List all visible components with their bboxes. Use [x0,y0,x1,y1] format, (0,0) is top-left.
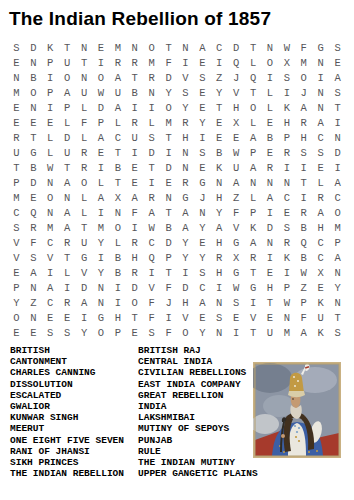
grid-cell: B [25,161,42,176]
grid-cell: S [278,221,295,236]
grid-cell: A [25,266,42,281]
grid-cell: L [59,266,76,281]
grid-cell: E [261,311,278,326]
word-list-left-column: BRITISHCANTONMENTCHARLES CANNINGDISSOLUT… [10,345,138,479]
grid-cell: T [76,56,93,71]
grid-cell: H [211,266,228,281]
word-item: ESCALATED [10,390,138,401]
sky-light-cloud-2 [263,395,295,417]
grid-cell: E [8,101,25,116]
grid-cell: T [329,311,346,326]
grid-cell: S [194,71,211,86]
grid-cell: C [329,191,346,206]
robe-gold-dot [283,451,285,453]
grid-cell: G [194,176,211,191]
grid-cell: P [245,146,262,161]
grid-cell: N [278,176,295,191]
grid-cell: L [245,56,262,71]
grid-cell: P [8,281,25,296]
grid-cell: V [8,251,25,266]
word-item: THE INDIAN MUTINY [138,457,350,468]
grid-cell: I [211,281,228,296]
grid-cell: H [109,311,126,326]
grid-cell: E [194,161,211,176]
grid-cell: Z [228,191,245,206]
grid-cell: R [76,146,93,161]
grid-cell: E [42,311,59,326]
grid-cell: T [329,101,346,116]
grid-cell: L [92,176,109,191]
grid-cell: A [261,191,278,206]
grid-cell: I [278,266,295,281]
grid-cell: L [76,206,93,221]
grid-cell: N [92,281,109,296]
grid-cell: V [228,221,245,236]
grid-cell: O [329,206,346,221]
grid-cell: A [228,176,245,191]
grid-cell: R [312,191,329,206]
grid-cell: O [76,176,93,191]
grid-cell: R [76,161,93,176]
grid-cell: B [109,266,126,281]
grid-cell: R [126,236,143,251]
grid-cell: B [109,251,126,266]
word-item: RANI OF JHANSI [10,446,138,457]
grid-cell: L [109,236,126,251]
grid-cell: O [261,56,278,71]
hand-on-sword [281,434,285,438]
grid-cell: Y [177,236,194,251]
grid-cell: S [59,326,76,341]
grid-cell: S [329,86,346,101]
robe-gold-dot [308,451,310,453]
grid-cell: B [25,71,42,86]
grid-cell: I [143,176,160,191]
word-item: ONE EIGHT FIVE SEVEN [10,435,138,446]
page-title: The Indian Rebellion of 1857 [9,8,271,30]
grid-cell: L [42,146,59,161]
grid-cell: A [245,236,262,251]
grid-cell: N [76,71,93,86]
grid-cell: Y [194,116,211,131]
grid-cell: M [8,86,25,101]
grid-cell: F [295,41,312,56]
grid-cell: D [25,176,42,191]
grid-cell: G [228,266,245,281]
grid-cell: L [109,116,126,131]
grid-cell: H [261,281,278,296]
grid-cell: W [42,161,59,176]
grid-cell: V [143,281,160,296]
grid-cell: N [177,161,194,176]
grid-cell: B [295,221,312,236]
grid-cell: I [261,206,278,221]
grid-cell: I [42,71,59,86]
grid-cell: F [160,326,177,341]
grid-cell: P [329,236,346,251]
grid-cell: Q [25,206,42,221]
grid-cell: A [109,101,126,116]
grid-cell: E [8,116,25,131]
grid-cell: I [143,266,160,281]
grid-cell: Y [194,251,211,266]
grid-cell: T [143,161,160,176]
grid-cell: G [177,191,194,206]
grid-cell: E [8,266,25,281]
grid-cell: I [143,101,160,116]
grid-cell: E [261,266,278,281]
grid-cell: A [295,101,312,116]
grid-cell: U [76,236,93,251]
word-item: DISSOLUTION [10,379,138,390]
grid-cell: X [109,191,126,206]
grid-cell: U [76,86,93,101]
grid-cell: H [295,131,312,146]
grid-cell: R [8,131,25,146]
grid-cell: E [126,326,143,341]
grid-cell: D [160,161,177,176]
grid-cell: J [160,296,177,311]
word-item: KUNWAR SINGH [10,412,138,423]
grid-cell: P [59,101,76,116]
grid-cell: U [126,131,143,146]
grid-cell: V [245,311,262,326]
grid-cell: U [228,161,245,176]
grid-cell: U [8,146,25,161]
grid-cell: T [160,131,177,146]
grid-cell: T [8,161,25,176]
grid-cell: K [312,326,329,341]
grid-cell: P [109,326,126,341]
grid-cell: C [194,281,211,296]
grid-cell: P [92,116,109,131]
grid-cell: X [278,56,295,71]
grid-cell: D [92,101,109,116]
grid-cell: H [211,236,228,251]
grid-cell: T [76,221,93,236]
grid-cell: H [177,296,194,311]
grid-cell: I [109,296,126,311]
grid-cell: I [92,251,109,266]
grid-cell: K [312,296,329,311]
grid-cell: T [245,266,262,281]
grid-cell: N [312,101,329,116]
grid-cell: Y [76,326,93,341]
grid-cell: I [194,131,211,146]
grid-cell: E [211,116,228,131]
grid-cell: D [177,281,194,296]
grid-cell: C [143,236,160,251]
grid-cell: H [126,251,143,266]
grid-cell: R [261,161,278,176]
grid-cell: O [177,326,194,341]
grid-cell: W [278,41,295,56]
grid-cell: M [329,221,346,236]
grid-cell: E [312,281,329,296]
grid-cell: D [261,221,278,236]
grid-cell: R [143,71,160,86]
grid-cell: I [295,191,312,206]
grid-cell: Y [211,206,228,221]
grid-cell: M [42,221,59,236]
grid-cell: U [109,86,126,101]
grid-cell: E [8,56,25,71]
grid-cell: Y [194,326,211,341]
grid-cell: D [160,71,177,86]
grid-cell: P [245,206,262,221]
grid-cell: K [42,41,59,56]
grid-cell: S [312,146,329,161]
grid-cell: A [177,206,194,221]
grid-cell: S [295,146,312,161]
grid-cell: N [329,266,346,281]
grid-cell: A [143,206,160,221]
grid-cell: I [42,266,59,281]
grid-cell: C [8,206,25,221]
grid-cell: S [8,221,25,236]
grid-cell: O [109,221,126,236]
grid-cell: O [42,191,59,206]
grid-cell: B [160,221,177,236]
grid-cell: A [59,86,76,101]
grid-cell: E [25,326,42,341]
grid-cell: P [278,131,295,146]
grid-cell: L [261,86,278,101]
grid-cell: H [278,116,295,131]
grid-cell: M [160,116,177,131]
grid-cell: N [261,236,278,251]
grid-cell: I [329,116,346,131]
grid-cell: T [59,161,76,176]
necklace-jewel [296,431,298,433]
grid-cell: E [25,116,42,131]
grid-cell: T [160,206,177,221]
word-item: GWALIOR [10,401,138,412]
grid-cell: D [59,131,76,146]
grid-cell: N [42,176,59,191]
grid-cell: Y [160,86,177,101]
grid-cell: M [109,41,126,56]
grid-cell: V [42,251,59,266]
grid-cell: P [42,56,59,71]
grid-cell: Y [329,281,346,296]
grid-cell: P [42,86,59,101]
grid-cell: Y [92,266,109,281]
grid-cell: T [261,296,278,311]
grid-cell: L [312,176,329,191]
grid-cell: C [312,236,329,251]
grid-cell: F [126,206,143,221]
grid-cell: B [126,86,143,101]
grid-cell: X [228,116,245,131]
grid-cell: S [194,266,211,281]
necklace-jewel [298,427,300,429]
grid-cell: I [126,221,143,236]
grid-cell: O [92,71,109,86]
grid-cell: W [278,296,295,311]
grid-cell: A [59,176,76,191]
grid-cell: N [42,206,59,221]
grid-cell: S [143,326,160,341]
grid-cell: G [245,281,262,296]
grid-cell: I [160,146,177,161]
grid-cell: I [245,296,262,311]
grid-cell: E [126,176,143,191]
grid-cell: V [177,311,194,326]
grid-cell: C [312,251,329,266]
grid-cell: W [295,266,312,281]
grid-cell: E [228,311,245,326]
grid-cell: D [143,146,160,161]
grid-cell: H [211,191,228,206]
necklace-jewel-gold [298,440,300,442]
grid-cell: B [261,131,278,146]
grid-cell: A [177,221,194,236]
grid-cell: P [8,176,25,191]
grid-cell: A [42,281,59,296]
grid-cell: O [92,326,109,341]
grid-cell: Q [143,251,160,266]
grid-cell: K [278,251,295,266]
grid-cell: R [177,116,194,131]
grid-cell: N [59,191,76,206]
grid-cell: N [211,296,228,311]
eye [292,398,294,400]
grid-cell: W [92,86,109,101]
grid-cell: N [312,56,329,71]
grid-cell: A [92,131,109,146]
grid-cell: A [312,116,329,131]
grid-cell: L [42,131,59,146]
grid-cell: N [261,41,278,56]
grid-cell: T [126,311,143,326]
grid-cell: C [42,236,59,251]
grid-cell: I [92,161,109,176]
grid-cell: A [194,41,211,56]
grid-cell: M [92,221,109,236]
grid-cell: O [160,101,177,116]
grid-cell: R [143,191,160,206]
grid-cell: G [76,251,93,266]
word-item: UPPER GANGETIC PLAINS [138,468,350,479]
grid-cell: E [194,311,211,326]
grid-cell: R [59,236,76,251]
grid-cell: T [25,131,42,146]
grid-cell: R [59,296,76,311]
grid-cell: R [278,146,295,161]
grid-cell: M [143,56,160,71]
grid-cell: Y [211,86,228,101]
grid-cell: R [211,251,228,266]
grid-cell: S [25,251,42,266]
grid-cell: N [329,131,346,146]
grid-cell: N [245,176,262,191]
grid-cell: Y [8,296,25,311]
word-search-grid: SDKTNEMNOTNACDTNWFGSENPUTIRRMFIEIQLOXMNE… [8,41,346,341]
grid-cell: H [312,221,329,236]
grid-cell: S [228,296,245,311]
word-item: CANTONMENT [10,356,138,367]
grid-cell: R [126,266,143,281]
grid-cell: E [25,191,42,206]
grid-cell: B [295,251,312,266]
grid-cell: U [59,56,76,71]
grid-cell: Y [177,251,194,266]
grid-cell: I [126,101,143,116]
grid-cell: E [160,176,177,191]
grid-cell: G [312,41,329,56]
grid-cell: F [76,116,93,131]
grid-cell: U [59,146,76,161]
grid-cell: E [329,56,346,71]
grid-cell: V [177,71,194,86]
grid-cell: D [329,146,346,161]
grid-cell: F [228,206,245,221]
grid-cell: T [245,41,262,56]
grid-cell: D [126,281,143,296]
grid-cell: R [25,221,42,236]
grid-cell: R [278,236,295,251]
emperor-portrait-image [253,362,341,458]
grid-cell: A [194,296,211,311]
grid-cell: O [59,71,76,86]
grid-cell: Y [194,221,211,236]
word-item: THE INDIAN REBELLION [10,468,138,479]
grid-cell: G [228,236,245,251]
grid-cell: R [109,56,126,71]
grid-cell: M [295,56,312,71]
grid-cell: N [126,41,143,56]
grid-cell: E [92,146,109,161]
grid-cell: T [160,41,177,56]
grid-cell: E [312,161,329,176]
grid-cell: I [278,86,295,101]
grid-cell: O [295,71,312,86]
grid-cell: I [312,71,329,86]
grid-cell: A [109,71,126,86]
word-item: BRITISH [10,345,138,356]
grid-cell: A [329,176,346,191]
grid-cell: O [126,296,143,311]
headdress-jewel [297,380,299,382]
grid-cell: T [211,101,228,116]
grid-cell: N [177,41,194,56]
grid-cell: I [109,281,126,296]
grid-cell: Q [245,71,262,86]
grid-cell: O [8,311,25,326]
grid-cell: L [143,116,160,131]
word-item: BRITISH RAJ [138,345,350,356]
grid-cell: N [25,101,42,116]
grid-cell: X [312,266,329,281]
word-item: CHARLES CANNING [10,367,138,378]
grid-cell: A [245,161,262,176]
grid-cell: I [160,311,177,326]
grid-cell: S [278,71,295,86]
grid-cell: L [76,101,93,116]
grid-cell: K [278,101,295,116]
grid-cell: R [295,116,312,131]
grid-cell: U [312,311,329,326]
grid-cell: Z [25,296,42,311]
grid-cell: E [8,326,25,341]
grid-cell: I [42,101,59,116]
grid-cell: E [194,56,211,71]
grid-cell: Y [92,236,109,251]
grid-cell: T [245,326,262,341]
grid-cell: O [25,86,42,101]
grid-cell: R [126,116,143,131]
